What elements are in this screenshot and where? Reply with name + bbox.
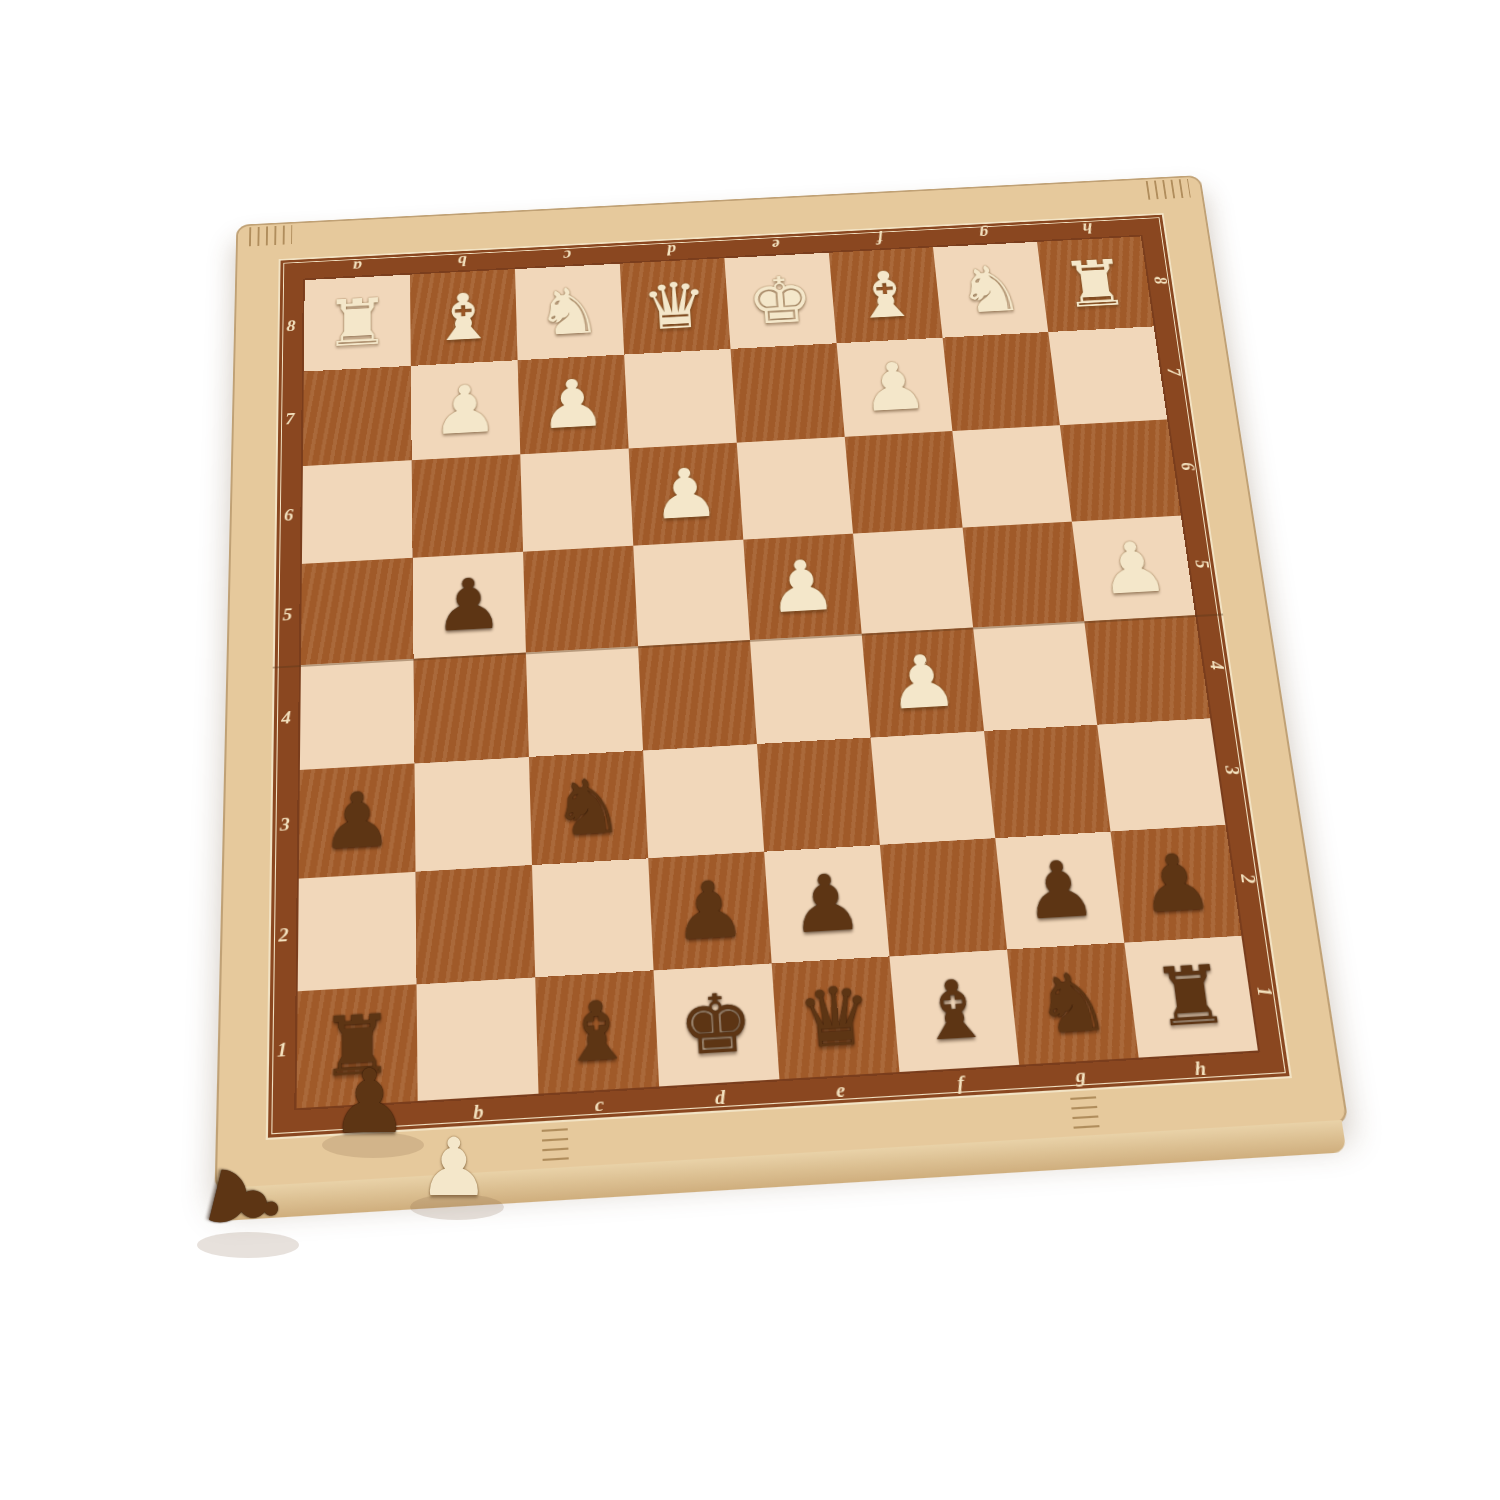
square-b8[interactable]: ♝: [410, 269, 518, 366]
square-h7[interactable]: [1048, 326, 1167, 425]
square-c5[interactable]: [523, 546, 638, 653]
coord-label-5: 5: [273, 564, 302, 667]
coord-label-2: 2: [268, 879, 299, 993]
square-h2[interactable]: ♟: [1111, 825, 1242, 943]
square-h4[interactable]: [1084, 615, 1210, 724]
board-photo-scene: abcdefgh abcdefgh 87654321 87654321 ♜♝♞♛…: [0, 0, 1500, 1500]
square-g2[interactable]: ♟: [995, 832, 1124, 950]
square-d4[interactable]: [638, 640, 757, 750]
piece-dark-pawn-b5[interactable]: ♟: [413, 552, 526, 659]
piece-white-pawn-f4[interactable]: ♟: [862, 628, 984, 738]
piece-dark-pawn-d2[interactable]: ♟: [648, 852, 771, 971]
piece-white-pawn-c7[interactable]: ♟: [518, 355, 629, 455]
square-d3[interactable]: [643, 744, 764, 858]
off-board-dark-pawn-standing[interactable]: ♟: [330, 1058, 409, 1146]
square-b7[interactable]: ♟: [411, 360, 520, 460]
piece-dark-rook-h1[interactable]: ♜: [1124, 936, 1258, 1058]
board-border-band: abcdefgh abcdefgh 87654321 87654321 ♜♝♞♛…: [266, 213, 1292, 1140]
piece-dark-knight-c3[interactable]: ♞: [529, 750, 648, 865]
square-g4[interactable]: [973, 621, 1097, 731]
piece-white-knight-c8[interactable]: ♞: [515, 264, 624, 361]
square-b3[interactable]: [415, 757, 532, 872]
square-d2[interactable]: ♟: [648, 852, 771, 971]
piece-white-bishop-b8[interactable]: ♝: [410, 269, 518, 366]
frame-groove: [249, 225, 292, 246]
piece-white-king-e8[interactable]: ♚: [724, 253, 836, 349]
square-d5[interactable]: [633, 540, 750, 647]
square-c6[interactable]: [520, 448, 633, 551]
square-b4[interactable]: [414, 653, 529, 764]
square-h8[interactable]: ♜: [1037, 236, 1154, 332]
square-d7[interactable]: [624, 349, 737, 449]
square-e7[interactable]: [731, 343, 845, 442]
piece-white-rook-h8[interactable]: ♜: [1037, 236, 1154, 332]
square-g6[interactable]: [952, 425, 1071, 527]
piece-white-queen-d8[interactable]: ♛: [620, 258, 731, 354]
piece-white-pawn-b7[interactable]: ♟: [411, 360, 520, 460]
coord-label-3: 3: [270, 770, 300, 880]
frame-groove: [542, 1126, 569, 1171]
piece-dark-king-d1[interactable]: ♚: [654, 963, 780, 1086]
square-e6[interactable]: [737, 437, 853, 540]
square-h3[interactable]: [1097, 718, 1225, 831]
square-b2[interactable]: [416, 865, 536, 984]
piece-white-knight-g8[interactable]: ♞: [933, 242, 1048, 338]
square-c7[interactable]: ♟: [518, 355, 629, 455]
square-h1[interactable]: ♜: [1124, 936, 1258, 1058]
square-c2[interactable]: [532, 858, 654, 977]
square-a6[interactable]: [302, 460, 413, 564]
square-a8[interactable]: ♜: [304, 275, 411, 372]
frame-groove: [1146, 179, 1191, 200]
coord-label-8: 8: [277, 280, 305, 373]
square-c4[interactable]: [526, 646, 643, 757]
square-f5[interactable]: [853, 528, 973, 634]
piece-white-pawn-e5[interactable]: ♟: [743, 534, 861, 640]
square-e3[interactable]: [757, 737, 880, 851]
square-e2[interactable]: ♟: [764, 845, 889, 963]
square-a3[interactable]: ♟: [299, 763, 416, 878]
piece-white-rook-a8[interactable]: ♜: [304, 275, 411, 372]
board-grid: ♜♝♞♛♚♝♞♜♟♟♟♟♟♟♟♟♟♞♟♟♟♟♜♝♚♛♝♞♜: [297, 236, 1258, 1108]
square-h6[interactable]: [1060, 419, 1181, 521]
square-f7[interactable]: ♟: [837, 338, 953, 437]
piece-white-pawn-f7[interactable]: ♟: [837, 338, 953, 437]
square-b5[interactable]: ♟: [413, 552, 526, 659]
square-d6[interactable]: ♟: [629, 443, 744, 546]
square-c1[interactable]: ♝: [535, 970, 659, 1093]
square-a2[interactable]: [298, 872, 417, 991]
piece-dark-pawn-h2[interactable]: ♟: [1111, 825, 1242, 943]
piece-dark-pawn-g2[interactable]: ♟: [995, 832, 1124, 950]
coord-label-1: 1: [266, 991, 297, 1110]
square-f2[interactable]: [880, 838, 1007, 956]
coord-label-4: 4: [271, 665, 301, 771]
square-g7[interactable]: [943, 332, 1060, 431]
piece-dark-pawn-e2[interactable]: ♟: [764, 845, 889, 963]
piece-dark-bishop-f1[interactable]: ♝: [889, 949, 1019, 1072]
piece-white-pawn-h5[interactable]: ♟: [1072, 516, 1195, 622]
square-f8[interactable]: ♝: [829, 247, 943, 343]
frame-groove: [1070, 1094, 1101, 1138]
square-e8[interactable]: ♚: [724, 253, 836, 349]
piece-white-pawn-d6[interactable]: ♟: [629, 443, 744, 546]
square-d8[interactable]: ♛: [620, 258, 731, 354]
square-e4[interactable]: [750, 634, 871, 744]
piece-dark-queen-e1[interactable]: ♛: [772, 956, 900, 1079]
square-c8[interactable]: ♞: [515, 264, 624, 361]
off-board-white-pawn-standing[interactable]: ♟: [418, 1128, 490, 1208]
square-a5[interactable]: [301, 558, 414, 665]
square-b6[interactable]: [412, 454, 523, 557]
square-f6[interactable]: [845, 431, 963, 534]
coord-label-7: 7: [276, 372, 304, 468]
square-a7[interactable]: [303, 366, 412, 466]
coord-label-6: 6: [274, 466, 303, 565]
square-g5[interactable]: [963, 522, 1085, 628]
square-f3[interactable]: [871, 731, 996, 845]
piece-dark-bishop-c1[interactable]: ♝: [535, 970, 659, 1093]
square-e1[interactable]: ♛: [772, 956, 900, 1079]
square-f1[interactable]: ♝: [889, 949, 1019, 1072]
square-b1[interactable]: [417, 977, 539, 1101]
chess-board: abcdefgh abcdefgh 87654321 87654321 ♜♝♞♛…: [215, 175, 1349, 1193]
square-c3[interactable]: ♞: [529, 750, 648, 865]
square-h5[interactable]: ♟: [1072, 516, 1195, 622]
square-g3[interactable]: [984, 725, 1110, 839]
square-f4[interactable]: ♟: [862, 628, 984, 738]
piece-dark-knight-g1[interactable]: ♞: [1007, 943, 1139, 1065]
square-a4[interactable]: [300, 659, 415, 770]
square-g8[interactable]: ♞: [933, 242, 1048, 338]
piece-dark-pawn-a3[interactable]: ♟: [299, 763, 416, 878]
square-d1[interactable]: ♚: [654, 963, 780, 1086]
square-e5[interactable]: ♟: [743, 534, 861, 640]
piece-white-bishop-f8[interactable]: ♝: [829, 247, 943, 343]
square-g1[interactable]: ♞: [1007, 943, 1139, 1065]
